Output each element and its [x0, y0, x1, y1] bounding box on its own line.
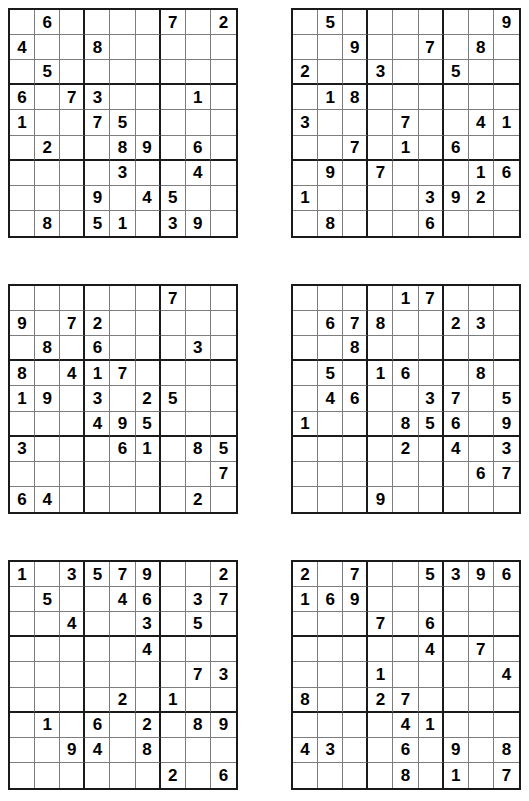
sudoku-cell-r6c1[interactable]: [293, 136, 318, 161]
sudoku-cell-r6c6[interactable]: [136, 688, 161, 713]
sudoku-cell-r5c4[interactable]: [368, 110, 393, 135]
sudoku-cell-r4c1[interactable]: [293, 361, 318, 386]
sudoku-cell-r5c7[interactable]: [161, 110, 186, 135]
sudoku-cell-r2c6[interactable]: [136, 311, 161, 336]
sudoku-cell-r3c5[interactable]: [110, 336, 135, 361]
sudoku-cell-r1c8[interactable]: [186, 562, 211, 587]
sudoku-cell-r2c7[interactable]: [161, 311, 186, 336]
sudoku-cell-r2c7[interactable]: [444, 587, 469, 612]
sudoku-cell-r1c3[interactable]: [60, 286, 85, 311]
sudoku-cell-r4c6[interactable]: [419, 85, 444, 110]
sudoku-cell-r4c8[interactable]: 7: [469, 637, 494, 662]
sudoku-cell-r3c2[interactable]: 5: [35, 60, 60, 85]
sudoku-cell-r8c8[interactable]: [186, 462, 211, 487]
sudoku-cell-r2c9[interactable]: [494, 587, 519, 612]
sudoku-cell-r2c9[interactable]: [211, 35, 236, 60]
sudoku-cell-r9c5[interactable]: 1: [110, 211, 135, 236]
sudoku-cell-r3c3[interactable]: [60, 336, 85, 361]
sudoku-cell-r6c3[interactable]: [60, 688, 85, 713]
sudoku-cell-r2c6[interactable]: [136, 35, 161, 60]
sudoku-cell-r6c1[interactable]: [10, 688, 35, 713]
sudoku-cell-r2c7[interactable]: [161, 587, 186, 612]
sudoku-cell-r5c3[interactable]: [343, 110, 368, 135]
sudoku-cell-r2c8[interactable]: [186, 311, 211, 336]
sudoku-cell-r3c1[interactable]: [10, 60, 35, 85]
sudoku-cell-r1c1[interactable]: [293, 286, 318, 311]
sudoku-cell-r9c8[interactable]: 9: [186, 211, 211, 236]
sudoku-cell-r2c8[interactable]: 8: [469, 35, 494, 60]
sudoku-cell-r2c1[interactable]: 1: [293, 587, 318, 612]
sudoku-cell-r7c5[interactable]: 2: [393, 437, 418, 462]
sudoku-cell-r7c4[interactable]: [85, 437, 110, 462]
sudoku-cell-r6c1[interactable]: 1: [293, 412, 318, 437]
sudoku-cell-r1c5[interactable]: [110, 286, 135, 311]
sudoku-cell-r2c6[interactable]: 7: [419, 35, 444, 60]
sudoku-cell-r8c2[interactable]: [35, 186, 60, 211]
sudoku-cell-r5c4[interactable]: [368, 386, 393, 411]
sudoku-cell-r8c4[interactable]: 9: [85, 186, 110, 211]
sudoku-cell-r5c5[interactable]: [393, 662, 418, 687]
sudoku-cell-r1c3[interactable]: [343, 286, 368, 311]
sudoku-cell-r9c2[interactable]: [318, 763, 343, 788]
sudoku-cell-r3c3[interactable]: [343, 612, 368, 637]
sudoku-cell-r1c2[interactable]: [318, 562, 343, 587]
sudoku-cell-r2c2[interactable]: [35, 35, 60, 60]
sudoku-cell-r9c7[interactable]: 2: [161, 763, 186, 788]
sudoku-cell-r1c9[interactable]: [494, 286, 519, 311]
sudoku-cell-r4c8[interactable]: 1: [186, 85, 211, 110]
sudoku-cell-r6c7[interactable]: 6: [444, 412, 469, 437]
sudoku-cell-r9c6[interactable]: [419, 487, 444, 512]
sudoku-cell-r7c9[interactable]: 3: [494, 437, 519, 462]
sudoku-cell-r6c4[interactable]: [85, 136, 110, 161]
sudoku-cell-r1c8[interactable]: [469, 10, 494, 35]
sudoku-cell-r7c3[interactable]: [60, 161, 85, 186]
sudoku-cell-r7c8[interactable]: [469, 713, 494, 738]
sudoku-cell-r7c4[interactable]: [85, 161, 110, 186]
sudoku-cell-r8c3[interactable]: [60, 186, 85, 211]
sudoku-cell-r6c7[interactable]: [161, 136, 186, 161]
sudoku-cell-r5c2[interactable]: [318, 662, 343, 687]
sudoku-cell-r6c5[interactable]: 2: [110, 688, 135, 713]
sudoku-cell-r1c3[interactable]: [60, 10, 85, 35]
sudoku-cell-r5c3[interactable]: [343, 662, 368, 687]
sudoku-cell-r9c5[interactable]: [110, 763, 135, 788]
sudoku-cell-r8c5[interactable]: [110, 738, 135, 763]
sudoku-cell-r2c4[interactable]: [368, 587, 393, 612]
sudoku-cell-r3c7[interactable]: 5: [444, 60, 469, 85]
sudoku-cell-r4c1[interactable]: 6: [10, 85, 35, 110]
sudoku-cell-r3c9[interactable]: [211, 60, 236, 85]
sudoku-cell-r5c8[interactable]: [469, 386, 494, 411]
sudoku-cell-r3c9[interactable]: [494, 336, 519, 361]
sudoku-cell-r8c1[interactable]: 1: [293, 186, 318, 211]
sudoku-cell-r8c9[interactable]: 7: [211, 462, 236, 487]
sudoku-cell-r7c5[interactable]: [393, 161, 418, 186]
sudoku-cell-r9c3[interactable]: [60, 763, 85, 788]
sudoku-cell-r4c3[interactable]: [60, 637, 85, 662]
sudoku-cell-r4c7[interactable]: [444, 361, 469, 386]
sudoku-cell-r2c9[interactable]: [494, 35, 519, 60]
sudoku-cell-r5c1[interactable]: [10, 662, 35, 687]
sudoku-cell-r4c8[interactable]: [186, 361, 211, 386]
sudoku-cell-r6c2[interactable]: [35, 412, 60, 437]
sudoku-cell-r5c4[interactable]: 3: [85, 386, 110, 411]
sudoku-cell-r6c4[interactable]: 2: [368, 688, 393, 713]
sudoku-cell-r7c6[interactable]: [419, 437, 444, 462]
sudoku-cell-r8c8[interactable]: [186, 186, 211, 211]
sudoku-cell-r1c9[interactable]: 2: [211, 562, 236, 587]
sudoku-cell-r8c8[interactable]: [469, 738, 494, 763]
sudoku-cell-r1c7[interactable]: [444, 10, 469, 35]
sudoku-cell-r1c1[interactable]: [293, 10, 318, 35]
sudoku-cell-r7c8[interactable]: 1: [469, 161, 494, 186]
sudoku-cell-r4c6[interactable]: [419, 361, 444, 386]
sudoku-cell-r7c1[interactable]: [10, 713, 35, 738]
sudoku-cell-r5c8[interactable]: 7: [186, 662, 211, 687]
sudoku-cell-r3c1[interactable]: [293, 612, 318, 637]
sudoku-cell-r2c1[interactable]: 9: [10, 311, 35, 336]
sudoku-cell-r3c5[interactable]: [393, 60, 418, 85]
sudoku-cell-r5c6[interactable]: [419, 110, 444, 135]
sudoku-cell-r1c8[interactable]: [186, 286, 211, 311]
sudoku-cell-r4c8[interactable]: [186, 637, 211, 662]
sudoku-cell-r6c3[interactable]: [343, 688, 368, 713]
sudoku-cell-r4c7[interactable]: [161, 637, 186, 662]
sudoku-cell-r1c7[interactable]: 7: [161, 10, 186, 35]
sudoku-cell-r5c2[interactable]: [35, 662, 60, 687]
sudoku-cell-r3c8[interactable]: [469, 60, 494, 85]
sudoku-cell-r4c2[interactable]: [318, 637, 343, 662]
sudoku-cell-r2c9[interactable]: [211, 311, 236, 336]
sudoku-cell-r7c6[interactable]: [419, 161, 444, 186]
sudoku-cell-r5c3[interactable]: [60, 662, 85, 687]
sudoku-cell-r5c6[interactable]: [136, 662, 161, 687]
sudoku-cell-r1c3[interactable]: [343, 10, 368, 35]
sudoku-cell-r6c5[interactable]: 8: [110, 136, 135, 161]
sudoku-cell-r3c8[interactable]: [469, 612, 494, 637]
sudoku-cell-r5c5[interactable]: [393, 386, 418, 411]
sudoku-cell-r6c8[interactable]: [469, 136, 494, 161]
sudoku-cell-r1c8[interactable]: [186, 10, 211, 35]
sudoku-cell-r7c5[interactable]: 4: [393, 713, 418, 738]
sudoku-cell-r4c4[interactable]: [368, 85, 393, 110]
sudoku-cell-r6c5[interactable]: 1: [393, 136, 418, 161]
sudoku-cell-r3c1[interactable]: [10, 612, 35, 637]
sudoku-cell-r5c2[interactable]: 4: [318, 386, 343, 411]
sudoku-cell-r6c9[interactable]: [494, 136, 519, 161]
sudoku-cell-r8c1[interactable]: [10, 462, 35, 487]
sudoku-cell-r4c3[interactable]: 8: [343, 85, 368, 110]
sudoku-cell-r3c7[interactable]: [161, 336, 186, 361]
sudoku-cell-r9c5[interactable]: 8: [393, 763, 418, 788]
sudoku-cell-r2c7[interactable]: [444, 35, 469, 60]
sudoku-cell-r4c3[interactable]: 4: [60, 361, 85, 386]
sudoku-cell-r5c4[interactable]: 7: [85, 110, 110, 135]
sudoku-cell-r6c7[interactable]: 1: [161, 688, 186, 713]
sudoku-cell-r2c4[interactable]: [368, 35, 393, 60]
sudoku-cell-r9c5[interactable]: [393, 487, 418, 512]
sudoku-cell-r4c3[interactable]: [343, 637, 368, 662]
sudoku-cell-r1c2[interactable]: 5: [318, 10, 343, 35]
sudoku-cell-r6c4[interactable]: 4: [85, 412, 110, 437]
sudoku-cell-r4c4[interactable]: [85, 637, 110, 662]
sudoku-cell-r2c1[interactable]: [10, 587, 35, 612]
sudoku-cell-r5c1[interactable]: [293, 662, 318, 687]
sudoku-cell-r9c4[interactable]: 9: [368, 487, 393, 512]
sudoku-cell-r7c2[interactable]: 9: [318, 161, 343, 186]
sudoku-cell-r6c2[interactable]: 2: [35, 136, 60, 161]
sudoku-cell-r1c4[interactable]: [368, 562, 393, 587]
sudoku-cell-r5c1[interactable]: 1: [10, 110, 35, 135]
sudoku-cell-r4c9[interactable]: [494, 637, 519, 662]
sudoku-cell-r5c3[interactable]: 6: [343, 386, 368, 411]
sudoku-cell-r4c1[interactable]: 8: [10, 361, 35, 386]
sudoku-cell-r6c7[interactable]: [444, 688, 469, 713]
sudoku-cell-r9c2[interactable]: 8: [318, 211, 343, 236]
sudoku-cell-r4c6[interactable]: 4: [419, 637, 444, 662]
sudoku-cell-r9c9[interactable]: 6: [211, 763, 236, 788]
sudoku-cell-r8c9[interactable]: [211, 738, 236, 763]
sudoku-cell-r4c5[interactable]: 6: [393, 361, 418, 386]
sudoku-cell-r6c4[interactable]: [368, 412, 393, 437]
sudoku-cell-r2c6[interactable]: 6: [136, 587, 161, 612]
sudoku-cell-r7c1[interactable]: [293, 161, 318, 186]
sudoku-cell-r5c9[interactable]: [211, 386, 236, 411]
sudoku-cell-r8c1[interactable]: [10, 186, 35, 211]
sudoku-cell-r3c3[interactable]: 4: [60, 612, 85, 637]
sudoku-cell-r5c2[interactable]: [35, 110, 60, 135]
sudoku-cell-r7c9[interactable]: 9: [211, 713, 236, 738]
sudoku-cell-r3c5[interactable]: [393, 612, 418, 637]
sudoku-cell-r5c5[interactable]: [110, 386, 135, 411]
sudoku-cell-r7c8[interactable]: 8: [186, 713, 211, 738]
sudoku-cell-r7c9[interactable]: 6: [494, 161, 519, 186]
sudoku-cell-r9c3[interactable]: [343, 487, 368, 512]
sudoku-cell-r8c5[interactable]: [110, 186, 135, 211]
sudoku-cell-r7c7[interactable]: 4: [444, 437, 469, 462]
sudoku-cell-r1c5[interactable]: [393, 10, 418, 35]
sudoku-cell-r4c3[interactable]: 7: [60, 85, 85, 110]
sudoku-cell-r1c6[interactable]: [136, 286, 161, 311]
sudoku-cell-r5c6[interactable]: [136, 110, 161, 135]
sudoku-cell-r7c5[interactable]: 3: [110, 161, 135, 186]
sudoku-cell-r3c9[interactable]: [494, 612, 519, 637]
sudoku-cell-r9c4[interactable]: 5: [85, 211, 110, 236]
sudoku-cell-r7c7[interactable]: [161, 713, 186, 738]
sudoku-cell-r2c3[interactable]: 7: [60, 311, 85, 336]
sudoku-cell-r1c9[interactable]: 2: [211, 10, 236, 35]
sudoku-cell-r8c9[interactable]: 8: [494, 738, 519, 763]
sudoku-cell-r5c1[interactable]: [293, 386, 318, 411]
sudoku-cell-r5c7[interactable]: 7: [444, 386, 469, 411]
sudoku-cell-r5c8[interactable]: [469, 662, 494, 687]
sudoku-cell-r1c7[interactable]: [161, 562, 186, 587]
sudoku-cell-r8c7[interactable]: 9: [444, 738, 469, 763]
sudoku-cell-r9c8[interactable]: 2: [186, 487, 211, 512]
sudoku-cell-r3c4[interactable]: [85, 612, 110, 637]
sudoku-cell-r6c6[interactable]: 5: [136, 412, 161, 437]
sudoku-cell-r5c3[interactable]: [60, 110, 85, 135]
sudoku-cell-r9c8[interactable]: [469, 211, 494, 236]
sudoku-cell-r4c1[interactable]: [10, 637, 35, 662]
sudoku-cell-r3c4[interactable]: [368, 336, 393, 361]
sudoku-cell-r9c6[interactable]: [136, 211, 161, 236]
sudoku-cell-r6c8[interactable]: [186, 688, 211, 713]
sudoku-cell-r1c5[interactable]: [393, 562, 418, 587]
sudoku-cell-r9c6[interactable]: [419, 763, 444, 788]
sudoku-cell-r8c7[interactable]: [444, 462, 469, 487]
sudoku-cell-r3c8[interactable]: [186, 60, 211, 85]
sudoku-cell-r2c5[interactable]: [110, 35, 135, 60]
sudoku-cell-r7c9[interactable]: [211, 161, 236, 186]
sudoku-cell-r4c4[interactable]: 1: [368, 361, 393, 386]
sudoku-cell-r6c2[interactable]: [318, 412, 343, 437]
sudoku-cell-r7c6[interactable]: 1: [136, 437, 161, 462]
sudoku-cell-r4c1[interactable]: [293, 637, 318, 662]
sudoku-cell-r2c9[interactable]: 7: [211, 587, 236, 612]
sudoku-cell-r6c2[interactable]: [35, 688, 60, 713]
sudoku-cell-r1c8[interactable]: 9: [469, 562, 494, 587]
sudoku-cell-r7c8[interactable]: 4: [186, 161, 211, 186]
sudoku-cell-r1c2[interactable]: 6: [35, 10, 60, 35]
sudoku-cell-r4c8[interactable]: 8: [469, 361, 494, 386]
sudoku-cell-r9c3[interactable]: [343, 763, 368, 788]
sudoku-cell-r5c7[interactable]: [444, 110, 469, 135]
sudoku-cell-r1c6[interactable]: 7: [419, 286, 444, 311]
sudoku-cell-r9c1[interactable]: [10, 763, 35, 788]
sudoku-cell-r4c5[interactable]: [393, 637, 418, 662]
sudoku-cell-r1c1[interactable]: [10, 10, 35, 35]
sudoku-cell-r6c6[interactable]: [419, 136, 444, 161]
sudoku-cell-r1c4[interactable]: [368, 10, 393, 35]
sudoku-cell-r1c1[interactable]: 1: [10, 562, 35, 587]
sudoku-cell-r4c2[interactable]: 1: [318, 85, 343, 110]
sudoku-cell-r5c9[interactable]: [211, 110, 236, 135]
sudoku-cell-r5c5[interactable]: 7: [393, 110, 418, 135]
sudoku-cell-r8c9[interactable]: [211, 186, 236, 211]
sudoku-cell-r8c6[interactable]: 4: [136, 186, 161, 211]
sudoku-cell-r5c5[interactable]: 5: [110, 110, 135, 135]
sudoku-cell-r8c8[interactable]: [186, 738, 211, 763]
sudoku-cell-r1c2[interactable]: [35, 286, 60, 311]
sudoku-cell-r8c5[interactable]: [393, 462, 418, 487]
sudoku-cell-r3c2[interactable]: [35, 612, 60, 637]
sudoku-cell-r6c3[interactable]: [60, 136, 85, 161]
sudoku-cell-r1c4[interactable]: [85, 286, 110, 311]
sudoku-cell-r4c9[interactable]: [211, 637, 236, 662]
sudoku-cell-r2c3[interactable]: 9: [343, 587, 368, 612]
sudoku-cell-r2c4[interactable]: 8: [368, 311, 393, 336]
sudoku-cell-r5c1[interactable]: 1: [10, 386, 35, 411]
sudoku-cell-r5c4[interactable]: 1: [368, 662, 393, 687]
sudoku-cell-r9c4[interactable]: [85, 763, 110, 788]
sudoku-cell-r8c2[interactable]: 3: [318, 738, 343, 763]
sudoku-cell-r2c1[interactable]: 4: [10, 35, 35, 60]
sudoku-cell-r7c6[interactable]: [136, 161, 161, 186]
sudoku-cell-r2c5[interactable]: 4: [110, 587, 135, 612]
sudoku-cell-r8c2[interactable]: [318, 186, 343, 211]
sudoku-cell-r7c5[interactable]: 6: [110, 437, 135, 462]
sudoku-cell-r3c5[interactable]: [393, 336, 418, 361]
sudoku-cell-r7c4[interactable]: 7: [368, 161, 393, 186]
sudoku-cell-r6c9[interactable]: [211, 136, 236, 161]
sudoku-cell-r9c5[interactable]: [110, 487, 135, 512]
sudoku-cell-r4c5[interactable]: [110, 85, 135, 110]
sudoku-cell-r5c9[interactable]: 1: [494, 110, 519, 135]
sudoku-cell-r2c2[interactable]: [35, 311, 60, 336]
sudoku-cell-r8c8[interactable]: 6: [469, 462, 494, 487]
sudoku-cell-r6c3[interactable]: [343, 412, 368, 437]
sudoku-cell-r1c7[interactable]: 7: [161, 286, 186, 311]
sudoku-cell-r3c6[interactable]: [136, 60, 161, 85]
sudoku-cell-r3c5[interactable]: [110, 60, 135, 85]
sudoku-cell-r3c9[interactable]: [494, 60, 519, 85]
sudoku-cell-r5c9[interactable]: 3: [211, 662, 236, 687]
sudoku-cell-r6c2[interactable]: [318, 688, 343, 713]
sudoku-cell-r2c2[interactable]: 6: [318, 587, 343, 612]
sudoku-cell-r4c5[interactable]: 7: [110, 361, 135, 386]
sudoku-cell-r9c2[interactable]: 8: [35, 211, 60, 236]
sudoku-cell-r1c6[interactable]: [419, 10, 444, 35]
sudoku-cell-r4c6[interactable]: [136, 361, 161, 386]
sudoku-cell-r2c3[interactable]: [60, 35, 85, 60]
sudoku-cell-r8c7[interactable]: 9: [444, 186, 469, 211]
sudoku-cell-r5c6[interactable]: [419, 662, 444, 687]
sudoku-cell-r3c7[interactable]: [444, 336, 469, 361]
sudoku-cell-r7c1[interactable]: [10, 161, 35, 186]
sudoku-cell-r2c4[interactable]: 8: [85, 35, 110, 60]
sudoku-cell-r8c6[interactable]: 8: [136, 738, 161, 763]
sudoku-cell-r7c8[interactable]: [469, 437, 494, 462]
sudoku-cell-r3c3[interactable]: [343, 60, 368, 85]
sudoku-cell-r3c6[interactable]: 3: [136, 612, 161, 637]
sudoku-cell-r9c7[interactable]: [161, 487, 186, 512]
sudoku-cell-r9c4[interactable]: [85, 487, 110, 512]
sudoku-cell-r9c1[interactable]: [293, 211, 318, 236]
sudoku-cell-r1c7[interactable]: [444, 286, 469, 311]
sudoku-cell-r9c2[interactable]: 4: [35, 487, 60, 512]
sudoku-cell-r7c1[interactable]: [293, 437, 318, 462]
sudoku-cell-r8c5[interactable]: [110, 462, 135, 487]
sudoku-cell-r7c3[interactable]: [60, 437, 85, 462]
sudoku-cell-r9c5[interactable]: [393, 211, 418, 236]
sudoku-cell-r7c3[interactable]: [60, 713, 85, 738]
sudoku-cell-r3c8[interactable]: 3: [186, 336, 211, 361]
sudoku-cell-r3c6[interactable]: [136, 336, 161, 361]
sudoku-cell-r3c4[interactable]: 6: [85, 336, 110, 361]
sudoku-cell-r7c2[interactable]: [35, 437, 60, 462]
sudoku-cell-r2c6[interactable]: [419, 587, 444, 612]
sudoku-cell-r4c2[interactable]: 5: [318, 361, 343, 386]
sudoku-cell-r5c1[interactable]: 3: [293, 110, 318, 135]
sudoku-cell-r7c5[interactable]: [110, 713, 135, 738]
sudoku-cell-r6c7[interactable]: [161, 412, 186, 437]
sudoku-cell-r9c7[interactable]: 1: [444, 763, 469, 788]
sudoku-cell-r8c8[interactable]: 2: [469, 186, 494, 211]
sudoku-cell-r1c8[interactable]: [469, 286, 494, 311]
sudoku-cell-r4c8[interactable]: [469, 85, 494, 110]
sudoku-cell-r2c2[interactable]: 6: [318, 311, 343, 336]
sudoku-cell-r8c7[interactable]: 5: [161, 186, 186, 211]
sudoku-cell-r4c7[interactable]: [444, 637, 469, 662]
sudoku-cell-r2c7[interactable]: 2: [444, 311, 469, 336]
sudoku-cell-r7c6[interactable]: 2: [136, 713, 161, 738]
sudoku-cell-r2c7[interactable]: [161, 35, 186, 60]
sudoku-cell-r3c3[interactable]: 8: [343, 336, 368, 361]
sudoku-cell-r4c2[interactable]: [35, 361, 60, 386]
sudoku-cell-r8c4[interactable]: 4: [85, 738, 110, 763]
